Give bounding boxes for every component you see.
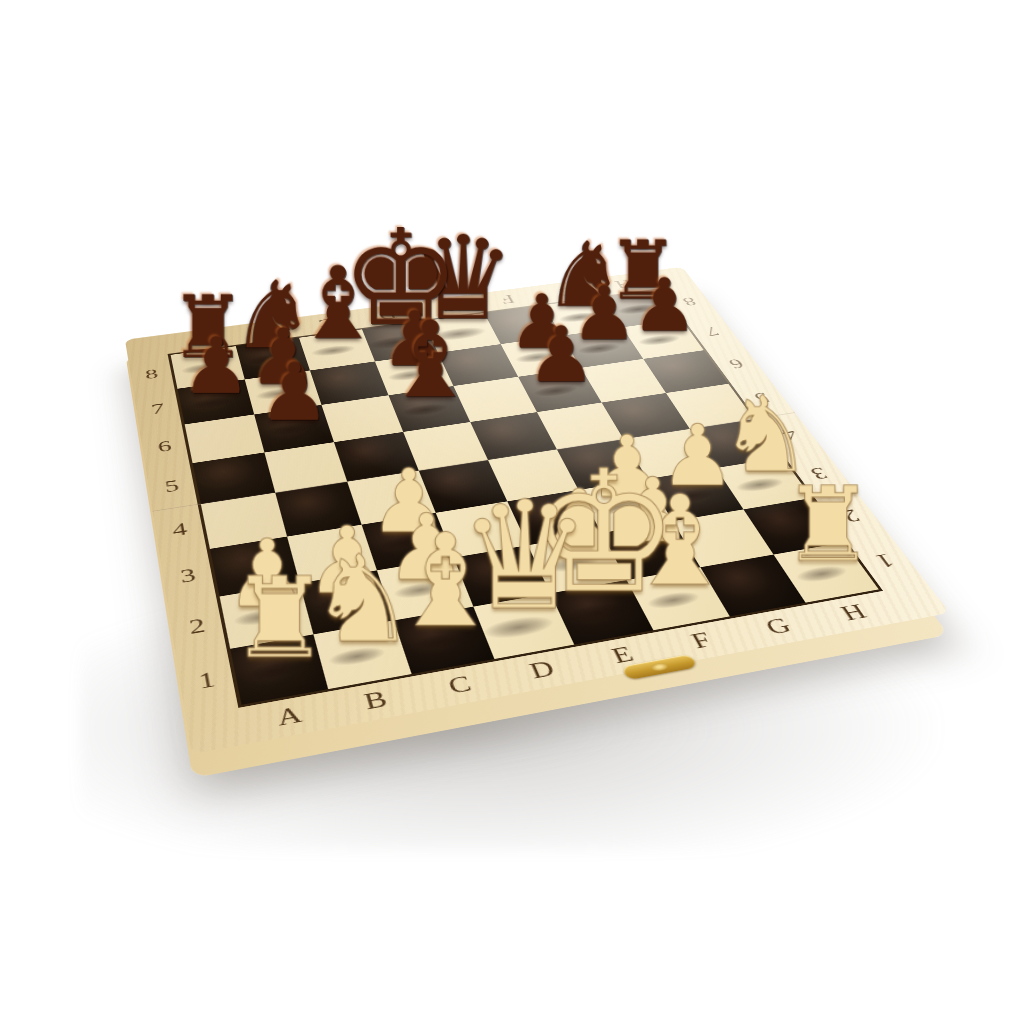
- piece-light-rook-a1: ♜: [184, 563, 375, 675]
- product-photo: ABCDEFGH ABCDEFGH 12345678 12345678 ♜♞♝♚…: [0, 0, 1024, 1024]
- chess-board: ABCDEFGH ABCDEFGH 12345678 12345678 ♜♞♝♚…: [125, 267, 950, 755]
- scene: ABCDEFGH ABCDEFGH 12345678 12345678 ♜♞♝♚…: [0, 0, 1024, 1024]
